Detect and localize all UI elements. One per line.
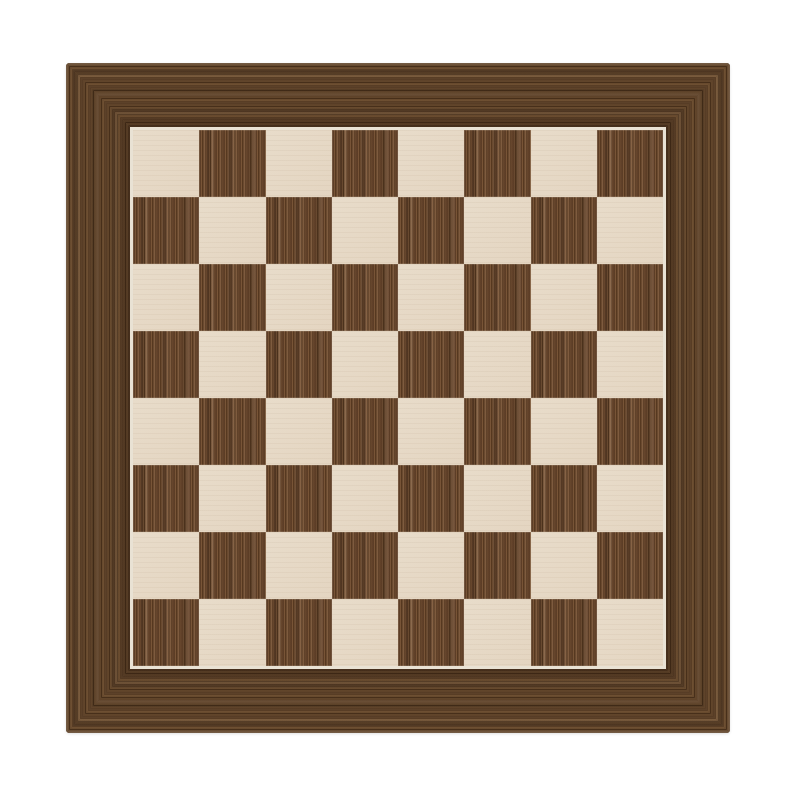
square-h1[interactable] bbox=[597, 599, 663, 666]
chess-board bbox=[66, 63, 730, 733]
square-f4[interactable] bbox=[464, 398, 530, 465]
square-e2[interactable] bbox=[398, 532, 464, 599]
board-frame-bottom bbox=[66, 669, 730, 733]
square-b7[interactable] bbox=[199, 197, 265, 264]
square-d7[interactable] bbox=[332, 197, 398, 264]
square-f1[interactable] bbox=[464, 599, 530, 666]
square-g3[interactable] bbox=[531, 465, 597, 532]
board-squares-grid bbox=[133, 130, 663, 666]
square-e3[interactable] bbox=[398, 465, 464, 532]
square-f6[interactable] bbox=[464, 264, 530, 331]
square-f2[interactable] bbox=[464, 532, 530, 599]
square-c7[interactable] bbox=[266, 197, 332, 264]
square-g8[interactable] bbox=[531, 130, 597, 197]
board-inlay-trim bbox=[130, 127, 666, 669]
square-a5[interactable] bbox=[133, 331, 199, 398]
square-d5[interactable] bbox=[332, 331, 398, 398]
board-frame-left bbox=[66, 63, 130, 733]
square-a4[interactable] bbox=[133, 398, 199, 465]
square-c6[interactable] bbox=[266, 264, 332, 331]
square-g2[interactable] bbox=[531, 532, 597, 599]
square-f7[interactable] bbox=[464, 197, 530, 264]
photo-background bbox=[0, 0, 800, 800]
square-a2[interactable] bbox=[133, 532, 199, 599]
square-g5[interactable] bbox=[531, 331, 597, 398]
square-e1[interactable] bbox=[398, 599, 464, 666]
square-f5[interactable] bbox=[464, 331, 530, 398]
square-a8[interactable] bbox=[133, 130, 199, 197]
square-a7[interactable] bbox=[133, 197, 199, 264]
square-e7[interactable] bbox=[398, 197, 464, 264]
square-h5[interactable] bbox=[597, 331, 663, 398]
square-h4[interactable] bbox=[597, 398, 663, 465]
square-d3[interactable] bbox=[332, 465, 398, 532]
board-frame-right bbox=[666, 63, 730, 733]
square-g4[interactable] bbox=[531, 398, 597, 465]
square-h6[interactable] bbox=[597, 264, 663, 331]
square-b8[interactable] bbox=[199, 130, 265, 197]
square-a3[interactable] bbox=[133, 465, 199, 532]
square-b5[interactable] bbox=[199, 331, 265, 398]
square-b2[interactable] bbox=[199, 532, 265, 599]
square-e5[interactable] bbox=[398, 331, 464, 398]
board-frame-top bbox=[66, 63, 730, 127]
square-g1[interactable] bbox=[531, 599, 597, 666]
square-g7[interactable] bbox=[531, 197, 597, 264]
square-e8[interactable] bbox=[398, 130, 464, 197]
square-b3[interactable] bbox=[199, 465, 265, 532]
square-h7[interactable] bbox=[597, 197, 663, 264]
square-f8[interactable] bbox=[464, 130, 530, 197]
square-e6[interactable] bbox=[398, 264, 464, 331]
square-a6[interactable] bbox=[133, 264, 199, 331]
square-d8[interactable] bbox=[332, 130, 398, 197]
square-c5[interactable] bbox=[266, 331, 332, 398]
square-f3[interactable] bbox=[464, 465, 530, 532]
square-h3[interactable] bbox=[597, 465, 663, 532]
square-e4[interactable] bbox=[398, 398, 464, 465]
square-b1[interactable] bbox=[199, 599, 265, 666]
square-d1[interactable] bbox=[332, 599, 398, 666]
square-d6[interactable] bbox=[332, 264, 398, 331]
square-c3[interactable] bbox=[266, 465, 332, 532]
square-c8[interactable] bbox=[266, 130, 332, 197]
square-b6[interactable] bbox=[199, 264, 265, 331]
square-a1[interactable] bbox=[133, 599, 199, 666]
square-d2[interactable] bbox=[332, 532, 398, 599]
square-b4[interactable] bbox=[199, 398, 265, 465]
square-h8[interactable] bbox=[597, 130, 663, 197]
square-c4[interactable] bbox=[266, 398, 332, 465]
square-h2[interactable] bbox=[597, 532, 663, 599]
square-g6[interactable] bbox=[531, 264, 597, 331]
square-d4[interactable] bbox=[332, 398, 398, 465]
square-c1[interactable] bbox=[266, 599, 332, 666]
square-c2[interactable] bbox=[266, 532, 332, 599]
